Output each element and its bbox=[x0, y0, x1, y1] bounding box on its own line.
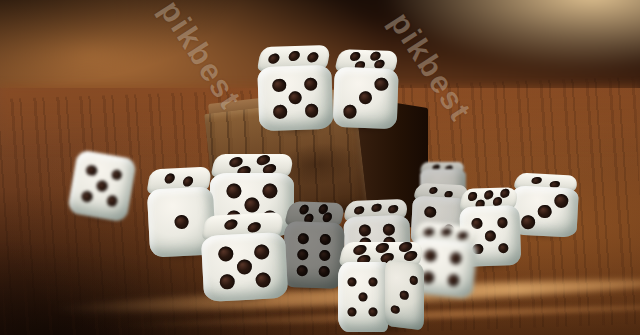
pip bbox=[371, 203, 381, 213]
pip bbox=[375, 77, 389, 91]
pip bbox=[400, 290, 409, 300]
pip bbox=[272, 78, 286, 92]
pip bbox=[354, 206, 364, 216]
die-front-face bbox=[201, 232, 288, 302]
pip bbox=[484, 189, 493, 200]
pip bbox=[218, 246, 234, 262]
pip bbox=[500, 188, 509, 199]
dice-photo: pikbest pikbest bbox=[0, 0, 640, 335]
pip bbox=[96, 180, 109, 193]
pip bbox=[229, 156, 243, 167]
die-front-face bbox=[338, 262, 388, 332]
pip bbox=[457, 232, 469, 241]
die-front-face bbox=[257, 65, 333, 132]
pip bbox=[498, 243, 509, 254]
pip bbox=[244, 197, 259, 212]
pip bbox=[403, 251, 417, 263]
pip bbox=[428, 187, 437, 195]
pip bbox=[237, 259, 253, 275]
pip bbox=[358, 293, 367, 302]
pip bbox=[348, 307, 357, 316]
pip bbox=[369, 278, 378, 287]
pip bbox=[423, 228, 435, 237]
pip bbox=[183, 176, 193, 188]
pip bbox=[262, 184, 277, 199]
pip bbox=[424, 206, 436, 218]
pip bbox=[410, 276, 419, 286]
die-right-face bbox=[385, 260, 424, 331]
pip bbox=[468, 192, 477, 203]
pip bbox=[110, 169, 123, 182]
pip bbox=[422, 271, 435, 284]
pip bbox=[304, 104, 318, 118]
pip bbox=[348, 278, 357, 287]
pip bbox=[304, 77, 318, 91]
die-big-front bbox=[338, 242, 424, 332]
pip bbox=[554, 193, 569, 208]
pip bbox=[537, 204, 552, 219]
pip bbox=[391, 305, 400, 315]
pip bbox=[359, 91, 373, 105]
pip bbox=[255, 272, 271, 288]
pip bbox=[352, 244, 366, 256]
pip bbox=[288, 50, 300, 62]
pip bbox=[359, 224, 371, 236]
die-front-face bbox=[333, 67, 399, 129]
pip bbox=[318, 266, 329, 277]
pip bbox=[253, 244, 269, 260]
pip bbox=[440, 228, 452, 237]
pip bbox=[174, 215, 189, 230]
pip bbox=[383, 223, 395, 235]
pip bbox=[485, 230, 496, 241]
pip bbox=[81, 191, 94, 204]
pip bbox=[220, 274, 236, 290]
pip bbox=[224, 219, 237, 231]
die-far-left bbox=[67, 149, 137, 222]
pip bbox=[247, 221, 260, 233]
pip bbox=[165, 173, 175, 185]
pip bbox=[307, 52, 319, 64]
die-front-face bbox=[67, 149, 137, 222]
pip bbox=[343, 105, 357, 119]
pip bbox=[273, 105, 287, 119]
pip bbox=[319, 250, 330, 261]
pip bbox=[297, 249, 308, 260]
die-mid-front-five bbox=[200, 212, 288, 302]
pip bbox=[288, 91, 302, 105]
pip bbox=[227, 184, 242, 199]
pip bbox=[449, 252, 462, 265]
pip bbox=[424, 250, 437, 263]
pip bbox=[369, 307, 378, 316]
pip bbox=[497, 217, 508, 228]
die-block-left bbox=[257, 45, 334, 132]
die-right-three bbox=[510, 172, 579, 237]
die-block-right bbox=[333, 49, 400, 129]
pip bbox=[521, 215, 536, 230]
pip bbox=[298, 233, 309, 244]
pip bbox=[447, 273, 460, 286]
pip bbox=[531, 177, 542, 185]
pip bbox=[319, 234, 330, 245]
die-shadow-six bbox=[283, 201, 346, 289]
pip bbox=[269, 53, 281, 65]
pip bbox=[106, 195, 119, 208]
pip bbox=[86, 164, 99, 177]
die-front-face bbox=[283, 221, 345, 289]
pip bbox=[297, 265, 308, 276]
die-front-face bbox=[510, 185, 578, 237]
pip bbox=[388, 205, 398, 215]
